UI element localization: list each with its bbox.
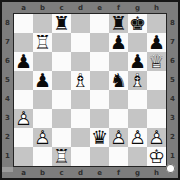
- white-pawn-b2[interactable]: ♙: [33, 128, 52, 147]
- rank-labels-left-6: 6: [2, 52, 13, 71]
- rank-labels-left-4: 4: [2, 90, 13, 109]
- square-h1[interactable]: ♔: [147, 147, 166, 166]
- square-d7[interactable]: [71, 33, 90, 52]
- file-labels-top-h: h: [147, 2, 166, 13]
- black-pawn-b5[interactable]: ♟: [33, 71, 52, 90]
- square-e7[interactable]: [90, 33, 109, 52]
- square-d1[interactable]: [71, 147, 90, 166]
- white-rook-c1[interactable]: ♖: [52, 147, 71, 166]
- rank-labels-right-8: 8: [167, 14, 178, 33]
- file-labels-bottom-c: c: [52, 167, 71, 178]
- white-pawn-g2[interactable]: ♙: [128, 128, 147, 147]
- square-d2[interactable]: [71, 128, 90, 147]
- rank-labels-right-5: 5: [167, 71, 178, 90]
- rank-labels-left-8: 8: [2, 14, 13, 33]
- square-d3[interactable]: [71, 109, 90, 128]
- square-e4[interactable]: [90, 90, 109, 109]
- square-f7[interactable]: ♟: [109, 33, 128, 52]
- square-e5[interactable]: [90, 71, 109, 90]
- white-bishop-g5[interactable]: ♗: [128, 71, 147, 90]
- square-f4[interactable]: [109, 90, 128, 109]
- white-rook-b7[interactable]: ♖: [33, 33, 52, 52]
- square-h5[interactable]: [147, 71, 166, 90]
- file-labels-bottom-b: b: [33, 167, 52, 178]
- square-a6[interactable]: ♟: [14, 52, 33, 71]
- square-b7[interactable]: ♖: [33, 33, 52, 52]
- white-bishop-d5[interactable]: ♗: [71, 71, 90, 90]
- square-f5[interactable]: ♞: [109, 71, 128, 90]
- chess-diagram: abcdefgh abcdefgh 87654321 87654321 ♜♜♚♖…: [0, 0, 180, 180]
- black-pawn-f7[interactable]: ♟: [109, 33, 128, 52]
- white-pawn-a3[interactable]: ♙: [14, 109, 33, 128]
- black-king-g8[interactable]: ♚: [128, 14, 147, 33]
- rank-labels-right-6: 6: [167, 52, 178, 71]
- rank-labels-right-3: 3: [167, 109, 178, 128]
- file-labels-bottom-f: f: [109, 167, 128, 178]
- white-king-h1[interactable]: ♔: [147, 147, 166, 166]
- black-pawn-a6[interactable]: ♟: [14, 52, 33, 71]
- square-f2[interactable]: ♙: [109, 128, 128, 147]
- square-g4[interactable]: [128, 90, 147, 109]
- file-labels-bottom-e: e: [90, 167, 109, 178]
- square-c8[interactable]: ♜: [52, 14, 71, 33]
- square-c1[interactable]: ♖: [52, 147, 71, 166]
- square-g1[interactable]: [128, 147, 147, 166]
- square-d5[interactable]: ♗: [71, 71, 90, 90]
- black-queen-e2[interactable]: ♛: [90, 128, 109, 147]
- square-e1[interactable]: [90, 147, 109, 166]
- watermark-mark: [2, 167, 13, 172]
- square-d4[interactable]: [71, 90, 90, 109]
- square-b2[interactable]: ♙: [33, 128, 52, 147]
- rank-labels-left-1: 1: [2, 147, 13, 166]
- file-labels-bottom-g: g: [128, 167, 147, 178]
- file-labels-bottom-d: d: [71, 167, 90, 178]
- rank-labels-left-2: 2: [2, 128, 13, 147]
- square-c5[interactable]: [52, 71, 71, 90]
- square-g8[interactable]: ♚: [128, 14, 147, 33]
- square-e8[interactable]: [90, 14, 109, 33]
- square-a5[interactable]: [14, 71, 33, 90]
- square-d8[interactable]: [71, 14, 90, 33]
- file-labels-top-e: e: [90, 2, 109, 13]
- file-labels-bottom-h: h: [147, 167, 166, 178]
- square-a3[interactable]: ♙: [14, 109, 33, 128]
- file-labels-bottom-a: a: [14, 167, 33, 178]
- square-a1[interactable]: [14, 147, 33, 166]
- rank-labels-right-2: 2: [167, 128, 178, 147]
- board: ♜♜♚♖♟♟♟♟♕♟♗♞♗♙♙♛♙♙♙♖♔: [13, 13, 167, 167]
- rank-labels-left-3: 3: [2, 109, 13, 128]
- square-b4[interactable]: [33, 90, 52, 109]
- rank-labels-right-7: 7: [167, 33, 178, 52]
- square-c3[interactable]: [52, 109, 71, 128]
- white-pawn-f2[interactable]: ♙: [109, 128, 128, 147]
- square-b5[interactable]: ♟: [33, 71, 52, 90]
- square-a8[interactable]: [14, 14, 33, 33]
- file-labels-top-d: d: [71, 2, 90, 13]
- file-labels-top-b: b: [33, 2, 52, 13]
- rank-labels-left-7: 7: [2, 33, 13, 52]
- black-knight-f5[interactable]: ♞: [109, 71, 128, 90]
- white-queen-h6[interactable]: ♕: [147, 52, 166, 71]
- square-e6[interactable]: [90, 52, 109, 71]
- square-a2[interactable]: [14, 128, 33, 147]
- white-to-move-indicator: [166, 164, 175, 173]
- square-h6[interactable]: ♕: [147, 52, 166, 71]
- square-f1[interactable]: [109, 147, 128, 166]
- square-c4[interactable]: [52, 90, 71, 109]
- square-c6[interactable]: [52, 52, 71, 71]
- black-rook-c8[interactable]: ♜: [52, 14, 71, 33]
- square-b1[interactable]: [33, 147, 52, 166]
- rank-labels-right-4: 4: [167, 90, 178, 109]
- file-labels-top-a: a: [14, 2, 33, 13]
- square-g5[interactable]: ♗: [128, 71, 147, 90]
- rank-labels-left-5: 5: [2, 71, 13, 90]
- square-h4[interactable]: [147, 90, 166, 109]
- square-c7[interactable]: [52, 33, 71, 52]
- square-g2[interactable]: ♙: [128, 128, 147, 147]
- square-e2[interactable]: ♛: [90, 128, 109, 147]
